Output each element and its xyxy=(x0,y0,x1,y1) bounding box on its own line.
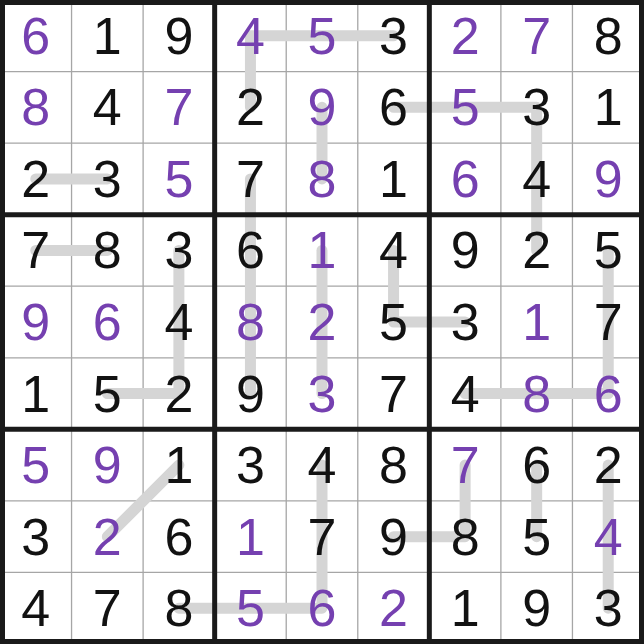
cell-r8c8[interactable]: 5 xyxy=(501,501,573,573)
cell-r6c5[interactable]: 3 xyxy=(286,358,358,430)
cell-r3c5[interactable]: 8 xyxy=(286,143,358,215)
cell-r8c1[interactable]: 3 xyxy=(0,501,72,573)
cell-r5c6[interactable]: 5 xyxy=(358,286,430,358)
cell-r7c2[interactable]: 9 xyxy=(72,429,144,501)
cell-r7c8[interactable]: 6 xyxy=(501,429,573,501)
cell-r2c4[interactable]: 2 xyxy=(215,72,287,144)
cell-r2c9[interactable]: 1 xyxy=(572,72,644,144)
cell-r1c9[interactable]: 8 xyxy=(572,0,644,72)
cell-r1c4[interactable]: 4 xyxy=(215,0,287,72)
cell-r6c4[interactable]: 9 xyxy=(215,358,287,430)
cell-r2c8[interactable]: 3 xyxy=(501,72,573,144)
cell-r2c3[interactable]: 7 xyxy=(143,72,215,144)
cell-r2c6[interactable]: 6 xyxy=(358,72,430,144)
cell-r8c3[interactable]: 6 xyxy=(143,501,215,573)
cell-r1c7[interactable]: 2 xyxy=(429,0,501,72)
cell-r1c1[interactable]: 6 xyxy=(0,0,72,72)
cell-r5c8[interactable]: 1 xyxy=(501,286,573,358)
cell-r2c5[interactable]: 9 xyxy=(286,72,358,144)
cell-r4c7[interactable]: 9 xyxy=(429,215,501,287)
cell-r1c8[interactable]: 7 xyxy=(501,0,573,72)
cell-r5c4[interactable]: 8 xyxy=(215,286,287,358)
cell-r3c3[interactable]: 5 xyxy=(143,143,215,215)
cell-r9c1[interactable]: 4 xyxy=(0,572,72,644)
cell-r8c6[interactable]: 9 xyxy=(358,501,430,573)
cell-r5c2[interactable]: 6 xyxy=(72,286,144,358)
cell-r7c6[interactable]: 8 xyxy=(358,429,430,501)
cell-r8c9[interactable]: 4 xyxy=(572,501,644,573)
cell-r4c1[interactable]: 7 xyxy=(0,215,72,287)
cell-r6c2[interactable]: 5 xyxy=(72,358,144,430)
cell-r7c3[interactable]: 1 xyxy=(143,429,215,501)
cell-r4c6[interactable]: 4 xyxy=(358,215,430,287)
cell-r4c5[interactable]: 1 xyxy=(286,215,358,287)
cell-r5c5[interactable]: 2 xyxy=(286,286,358,358)
cell-r3c8[interactable]: 4 xyxy=(501,143,573,215)
cell-r4c3[interactable]: 3 xyxy=(143,215,215,287)
cell-r7c9[interactable]: 2 xyxy=(572,429,644,501)
cell-r2c2[interactable]: 4 xyxy=(72,72,144,144)
cell-r8c4[interactable]: 1 xyxy=(215,501,287,573)
cell-r1c2[interactable]: 1 xyxy=(72,0,144,72)
cell-r6c8[interactable]: 8 xyxy=(501,358,573,430)
cell-r6c6[interactable]: 7 xyxy=(358,358,430,430)
cell-r9c2[interactable]: 7 xyxy=(72,572,144,644)
cell-r5c3[interactable]: 4 xyxy=(143,286,215,358)
cell-r5c7[interactable]: 3 xyxy=(429,286,501,358)
sudoku-board: 6194532788472965312357816497836149259648… xyxy=(0,0,644,644)
cell-r1c3[interactable]: 9 xyxy=(143,0,215,72)
cell-r3c9[interactable]: 9 xyxy=(572,143,644,215)
cell-r7c5[interactable]: 4 xyxy=(286,429,358,501)
cell-r3c2[interactable]: 3 xyxy=(72,143,144,215)
cell-r4c2[interactable]: 8 xyxy=(72,215,144,287)
cell-r1c5[interactable]: 5 xyxy=(286,0,358,72)
cell-r4c9[interactable]: 5 xyxy=(572,215,644,287)
cell-r4c8[interactable]: 2 xyxy=(501,215,573,287)
cell-r3c6[interactable]: 1 xyxy=(358,143,430,215)
cell-r2c1[interactable]: 8 xyxy=(0,72,72,144)
cell-r8c5[interactable]: 7 xyxy=(286,501,358,573)
cell-r5c9[interactable]: 7 xyxy=(572,286,644,358)
cell-r7c1[interactable]: 5 xyxy=(0,429,72,501)
cell-r6c9[interactable]: 6 xyxy=(572,358,644,430)
cell-r9c5[interactable]: 6 xyxy=(286,572,358,644)
cell-r6c7[interactable]: 4 xyxy=(429,358,501,430)
cell-r7c7[interactable]: 7 xyxy=(429,429,501,501)
cell-r9c7[interactable]: 1 xyxy=(429,572,501,644)
cell-r5c1[interactable]: 9 xyxy=(0,286,72,358)
cell-r3c4[interactable]: 7 xyxy=(215,143,287,215)
cell-r1c6[interactable]: 3 xyxy=(358,0,430,72)
cell-r4c4[interactable]: 6 xyxy=(215,215,287,287)
cell-r2c7[interactable]: 5 xyxy=(429,72,501,144)
cell-r9c6[interactable]: 2 xyxy=(358,572,430,644)
cell-r9c8[interactable]: 9 xyxy=(501,572,573,644)
cell-r9c9[interactable]: 3 xyxy=(572,572,644,644)
cell-r3c1[interactable]: 2 xyxy=(0,143,72,215)
cell-r6c1[interactable]: 1 xyxy=(0,358,72,430)
cell-r6c3[interactable]: 2 xyxy=(143,358,215,430)
cell-r9c3[interactable]: 8 xyxy=(143,572,215,644)
cell-r8c2[interactable]: 2 xyxy=(72,501,144,573)
cell-r8c7[interactable]: 8 xyxy=(429,501,501,573)
cells-layer: 6194532788472965312357816497836149259648… xyxy=(0,0,644,644)
cell-r7c4[interactable]: 3 xyxy=(215,429,287,501)
cell-r9c4[interactable]: 5 xyxy=(215,572,287,644)
cell-r3c7[interactable]: 6 xyxy=(429,143,501,215)
